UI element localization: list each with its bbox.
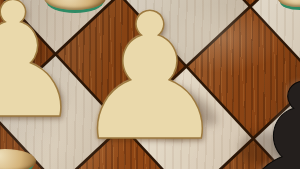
white-pawn-left: ♟: [0, 0, 85, 141]
white-pawn-center: ♟: [72, 0, 229, 165]
black-piece-right: ♟: [218, 60, 300, 169]
chessboard-photo: ♟♟♟: [0, 0, 300, 169]
